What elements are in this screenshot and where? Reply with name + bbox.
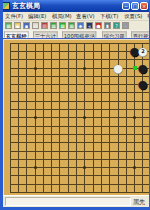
board-point[interactable] (106, 147, 114, 155)
board-point[interactable]: ●2 (139, 47, 147, 55)
board-point[interactable] (106, 105, 114, 113)
board-point[interactable] (122, 72, 130, 80)
board-point[interactable] (56, 72, 64, 80)
board-point[interactable] (89, 139, 97, 147)
board-point[interactable] (89, 188, 97, 195)
settings-icon[interactable]: · (122, 22, 129, 29)
maximize-button[interactable]: □ (131, 2, 139, 10)
board-point[interactable] (14, 130, 22, 138)
board-point[interactable] (72, 56, 80, 64)
board-point[interactable] (106, 172, 114, 180)
board-point[interactable] (14, 64, 22, 72)
board-view-3-icon[interactable]: ▦ (68, 22, 75, 29)
board-point[interactable] (47, 97, 55, 105)
board-point[interactable] (6, 130, 14, 138)
board-point[interactable] (14, 89, 22, 97)
board-point[interactable] (64, 139, 72, 147)
board-point[interactable] (81, 188, 89, 195)
board-point[interactable] (81, 163, 89, 171)
board-point[interactable] (39, 130, 47, 138)
board-point[interactable] (122, 139, 130, 147)
board-point[interactable] (81, 155, 89, 163)
board-point[interactable] (47, 114, 55, 122)
board-point[interactable] (72, 122, 80, 130)
board-point[interactable] (14, 122, 22, 130)
board-point[interactable] (64, 155, 72, 163)
board-point[interactable] (39, 56, 47, 64)
board-point[interactable] (64, 56, 72, 64)
board-point[interactable] (56, 39, 64, 47)
board-point[interactable] (39, 72, 47, 80)
board-point[interactable] (89, 47, 97, 55)
navigate-icon[interactable]: ◈ (77, 22, 84, 29)
close-button[interactable]: × (140, 2, 148, 10)
play-icon[interactable]: ● (95, 22, 102, 29)
tab-3[interactable]: 综合习题 (102, 31, 127, 37)
board-point[interactable]: ● (139, 64, 147, 72)
board-point[interactable] (147, 130, 149, 138)
board-point[interactable] (89, 155, 97, 163)
go-board[interactable]: ●●2●●● (6, 39, 149, 195)
board-point[interactable] (39, 122, 47, 130)
board-point[interactable] (106, 180, 114, 188)
board-point[interactable] (97, 39, 105, 47)
board-point[interactable] (23, 47, 31, 55)
board-point[interactable] (39, 64, 47, 72)
board-point[interactable] (39, 180, 47, 188)
board-point[interactable] (97, 56, 105, 64)
board-point[interactable] (130, 155, 138, 163)
board-point[interactable] (147, 122, 149, 130)
board-point[interactable] (39, 47, 47, 55)
board-point[interactable] (14, 188, 22, 195)
board-point[interactable] (47, 47, 55, 55)
board-point[interactable] (64, 105, 72, 113)
board-point[interactable] (72, 72, 80, 80)
board-point[interactable] (89, 80, 97, 88)
board-point[interactable] (97, 97, 105, 105)
board-point[interactable] (122, 172, 130, 180)
board-point[interactable] (23, 89, 31, 97)
board-point[interactable] (31, 47, 39, 55)
board-point[interactable] (106, 97, 114, 105)
board-point[interactable] (56, 64, 64, 72)
board-point[interactable] (122, 180, 130, 188)
board-point[interactable] (23, 163, 31, 171)
board-point[interactable] (89, 163, 97, 171)
board-point[interactable] (56, 89, 64, 97)
board-point[interactable] (122, 114, 130, 122)
print-icon[interactable]: ▥ (41, 22, 48, 29)
board-point[interactable] (89, 97, 97, 105)
board-point[interactable] (64, 180, 72, 188)
board-view-2-icon[interactable]: ▦ (59, 22, 66, 29)
title-bar[interactable]: 玄玄棋局 ─ □ × (0, 0, 150, 12)
board-point[interactable] (130, 180, 138, 188)
board-point[interactable] (122, 163, 130, 171)
board-point[interactable] (39, 89, 47, 97)
tab-0[interactable]: 玄玄棋经 (4, 31, 29, 37)
board-point[interactable] (97, 64, 105, 72)
board-point[interactable] (47, 72, 55, 80)
board-point[interactable] (72, 172, 80, 180)
board-point[interactable] (106, 39, 114, 47)
board-point[interactable] (14, 163, 22, 171)
board-point[interactable] (64, 130, 72, 138)
board-point[interactable] (56, 105, 64, 113)
board-point[interactable] (64, 172, 72, 180)
board-point[interactable] (56, 147, 64, 155)
board-point[interactable] (31, 155, 39, 163)
board-point[interactable] (47, 39, 55, 47)
board-point[interactable] (14, 97, 22, 105)
board-point[interactable] (23, 188, 31, 195)
board-point[interactable] (14, 39, 22, 47)
board-point[interactable] (72, 155, 80, 163)
board-point[interactable] (14, 155, 22, 163)
board-point[interactable] (6, 180, 14, 188)
board-point[interactable] (31, 80, 39, 88)
board-point[interactable] (14, 80, 22, 88)
board-point[interactable] (97, 80, 105, 88)
board-point[interactable] (47, 180, 55, 188)
board-point[interactable] (47, 147, 55, 155)
board-point[interactable] (89, 89, 97, 97)
board-point[interactable] (6, 89, 14, 97)
board-point[interactable] (89, 180, 97, 188)
board-point[interactable] (64, 39, 72, 47)
open-icon[interactable]: ▣ (14, 22, 21, 29)
board-point[interactable] (6, 139, 14, 147)
board-point[interactable] (56, 114, 64, 122)
board-point[interactable] (23, 97, 31, 105)
board-point[interactable] (122, 80, 130, 88)
board-point[interactable] (64, 80, 72, 88)
menu-item-1[interactable]: 编辑(E) (28, 12, 46, 19)
board-point[interactable] (47, 80, 55, 88)
board-point[interactable] (97, 72, 105, 80)
board-point[interactable] (47, 64, 55, 72)
board-point[interactable] (139, 147, 147, 155)
board-point[interactable] (81, 172, 89, 180)
board-point[interactable] (89, 72, 97, 80)
board-point[interactable] (39, 114, 47, 122)
board-point[interactable] (14, 47, 22, 55)
board-point[interactable] (114, 89, 122, 97)
board-point[interactable] (23, 56, 31, 64)
board-point[interactable] (47, 56, 55, 64)
board-point[interactable] (89, 64, 97, 72)
board-point[interactable] (122, 122, 130, 130)
board-point[interactable] (72, 89, 80, 97)
board-point[interactable] (47, 155, 55, 163)
new-board-icon[interactable]: ▦ (5, 22, 12, 29)
board-point[interactable] (114, 80, 122, 88)
board-point[interactable] (31, 64, 39, 72)
board-point[interactable] (147, 139, 149, 147)
board-point[interactable] (6, 122, 14, 130)
menu-item-0[interactable]: 文件(F) (5, 12, 23, 19)
board-point[interactable] (31, 163, 39, 171)
board-point[interactable] (56, 172, 64, 180)
board-point[interactable] (81, 89, 89, 97)
board-point[interactable] (89, 130, 97, 138)
board-point[interactable] (47, 163, 55, 171)
minimize-button[interactable]: ─ (122, 2, 130, 10)
board-point[interactable] (97, 172, 105, 180)
board-point[interactable] (139, 139, 147, 147)
board-point[interactable] (139, 105, 147, 113)
board-point[interactable] (6, 114, 14, 122)
board-point[interactable] (106, 188, 114, 195)
board-point[interactable] (6, 56, 14, 64)
board-point[interactable] (72, 163, 80, 171)
board-point[interactable] (147, 188, 149, 195)
board-point[interactable] (114, 155, 122, 163)
board-point[interactable] (56, 163, 64, 171)
tab-1[interactable]: 三十六计 (33, 31, 58, 37)
board-point[interactable] (106, 47, 114, 55)
board-point[interactable] (130, 114, 138, 122)
board-point[interactable] (122, 97, 130, 105)
board-point[interactable] (23, 72, 31, 80)
board-point[interactable] (23, 139, 31, 147)
board-point[interactable] (64, 122, 72, 130)
board-point[interactable] (23, 114, 31, 122)
board-point[interactable] (106, 114, 114, 122)
board-point[interactable] (56, 47, 64, 55)
board-point[interactable] (39, 155, 47, 163)
board-point[interactable] (39, 80, 47, 88)
board-point[interactable] (39, 163, 47, 171)
board-point[interactable] (31, 105, 39, 113)
board-point[interactable] (89, 39, 97, 47)
board-point[interactable] (72, 139, 80, 147)
board-point[interactable] (122, 130, 130, 138)
board-point[interactable] (31, 97, 39, 105)
board-point[interactable] (72, 39, 80, 47)
board-point[interactable] (89, 147, 97, 155)
board-point[interactable] (139, 180, 147, 188)
export-icon[interactable]: ▤ (32, 22, 39, 29)
board-point[interactable] (106, 122, 114, 130)
board-point[interactable] (31, 56, 39, 64)
board-point[interactable] (81, 80, 89, 88)
board-point[interactable] (130, 188, 138, 195)
board-point[interactable] (81, 39, 89, 47)
board-point[interactable] (56, 97, 64, 105)
board-point[interactable] (81, 139, 89, 147)
board-point[interactable] (64, 147, 72, 155)
board-point[interactable] (72, 80, 80, 88)
board-point[interactable] (6, 72, 14, 80)
board-point[interactable] (122, 105, 130, 113)
menu-item-6[interactable]: 帮助(H) (147, 12, 150, 19)
board-point[interactable] (130, 139, 138, 147)
menu-item-3[interactable]: 查看(V) (76, 12, 95, 19)
board-point[interactable] (147, 180, 149, 188)
board-point[interactable] (23, 105, 31, 113)
board-point[interactable] (106, 89, 114, 97)
board-point[interactable] (139, 122, 147, 130)
board-point[interactable] (64, 72, 72, 80)
board-point[interactable] (72, 64, 80, 72)
board-point[interactable] (139, 163, 147, 171)
board-point[interactable] (56, 180, 64, 188)
board-point[interactable] (81, 97, 89, 105)
board-point[interactable] (72, 97, 80, 105)
board-point[interactable] (122, 89, 130, 97)
board-point[interactable] (89, 122, 97, 130)
board-point[interactable] (14, 114, 22, 122)
tab-4[interactable]: 秀行死活 (131, 31, 149, 37)
board-point[interactable] (39, 139, 47, 147)
board-point[interactable] (89, 105, 97, 113)
hint-icon[interactable]: ? (113, 22, 120, 29)
board-point[interactable] (97, 188, 105, 195)
board-point[interactable] (114, 139, 122, 147)
board-point[interactable] (39, 172, 47, 180)
board-point[interactable] (147, 163, 149, 171)
board-point[interactable] (89, 56, 97, 64)
board-point[interactable] (139, 188, 147, 195)
menu-item-2[interactable]: 棋局(M) (52, 12, 72, 19)
board-point[interactable] (114, 105, 122, 113)
board-point[interactable] (23, 180, 31, 188)
board-point[interactable] (6, 97, 14, 105)
board-point[interactable] (114, 188, 122, 195)
board-point[interactable] (130, 97, 138, 105)
board-point[interactable] (47, 122, 55, 130)
board-point[interactable] (114, 39, 122, 47)
board-point[interactable] (31, 122, 39, 130)
board-point[interactable] (130, 130, 138, 138)
board-point[interactable] (23, 155, 31, 163)
board-point[interactable] (31, 72, 39, 80)
board-point[interactable]: ● (114, 64, 122, 72)
board-point[interactable] (14, 147, 22, 155)
board-point[interactable] (97, 122, 105, 130)
board-point[interactable] (39, 188, 47, 195)
board-point[interactable] (97, 130, 105, 138)
board-point[interactable] (89, 172, 97, 180)
board-point[interactable] (81, 114, 89, 122)
board-point[interactable] (6, 155, 14, 163)
board-point[interactable] (23, 147, 31, 155)
board-point[interactable] (31, 89, 39, 97)
board-point[interactable] (6, 163, 14, 171)
board-point[interactable] (81, 147, 89, 155)
board-point[interactable] (89, 114, 97, 122)
board-point[interactable] (14, 56, 22, 64)
board-point[interactable] (56, 139, 64, 147)
board-point[interactable] (139, 130, 147, 138)
board-point[interactable] (97, 180, 105, 188)
board-point[interactable] (114, 147, 122, 155)
board-point[interactable] (114, 172, 122, 180)
board-point[interactable] (47, 130, 55, 138)
board-point[interactable] (47, 139, 55, 147)
board-point[interactable] (56, 155, 64, 163)
board-point[interactable] (97, 105, 105, 113)
board-point[interactable] (130, 105, 138, 113)
board-point[interactable] (130, 122, 138, 130)
board-point[interactable] (147, 172, 149, 180)
board-point[interactable] (81, 130, 89, 138)
board-point[interactable] (47, 105, 55, 113)
pause-icon[interactable]: ▮ (104, 22, 111, 29)
board-point[interactable] (64, 114, 72, 122)
board-point[interactable] (72, 147, 80, 155)
menu-item-5[interactable]: 设置(S) (124, 12, 142, 19)
board-point[interactable] (31, 180, 39, 188)
board-point[interactable] (14, 180, 22, 188)
board-point[interactable] (81, 72, 89, 80)
board-point[interactable] (6, 80, 14, 88)
board-point[interactable] (114, 130, 122, 138)
board-point[interactable] (47, 89, 55, 97)
board-point[interactable] (147, 155, 149, 163)
board-point[interactable] (122, 188, 130, 195)
board-point[interactable] (31, 130, 39, 138)
board-point[interactable] (64, 47, 72, 55)
board-point[interactable] (130, 163, 138, 171)
board-point[interactable] (114, 180, 122, 188)
board-point[interactable] (97, 114, 105, 122)
board-point[interactable] (81, 122, 89, 130)
board-point[interactable] (64, 163, 72, 171)
board-point[interactable] (23, 130, 31, 138)
board-point[interactable] (56, 56, 64, 64)
board-point[interactable] (114, 114, 122, 122)
board-point[interactable] (72, 180, 80, 188)
board-point[interactable] (147, 105, 149, 113)
board-point[interactable] (147, 97, 149, 105)
board-point[interactable] (72, 130, 80, 138)
board-point[interactable] (64, 89, 72, 97)
board-point[interactable] (139, 114, 147, 122)
board-point[interactable] (56, 80, 64, 88)
board-point[interactable] (56, 130, 64, 138)
save-icon[interactable]: ▪ (23, 22, 30, 29)
board-point[interactable] (114, 122, 122, 130)
board-point[interactable] (31, 39, 39, 47)
board-point[interactable] (31, 139, 39, 147)
board-point[interactable] (106, 139, 114, 147)
menu-item-4[interactable]: 下棋(T) (100, 12, 118, 19)
board-point[interactable] (64, 188, 72, 195)
tab-2[interactable]: 100围棋死活 (62, 31, 97, 37)
board-point[interactable] (72, 188, 80, 195)
board-point[interactable] (97, 47, 105, 55)
board-point[interactable] (14, 172, 22, 180)
board-point[interactable] (81, 105, 89, 113)
board-point[interactable] (97, 155, 105, 163)
board-view-1-icon[interactable]: ▦ (50, 22, 57, 29)
board-point[interactable] (139, 172, 147, 180)
board-point[interactable] (6, 47, 14, 55)
board-point[interactable] (122, 147, 130, 155)
board-point[interactable] (39, 97, 47, 105)
board-point[interactable] (64, 64, 72, 72)
board-point[interactable] (81, 64, 89, 72)
board-point[interactable] (31, 188, 39, 195)
board-point[interactable] (130, 172, 138, 180)
board-point[interactable] (122, 64, 130, 72)
board-point[interactable] (14, 139, 22, 147)
board-point[interactable] (23, 64, 31, 72)
board-point[interactable] (56, 122, 64, 130)
